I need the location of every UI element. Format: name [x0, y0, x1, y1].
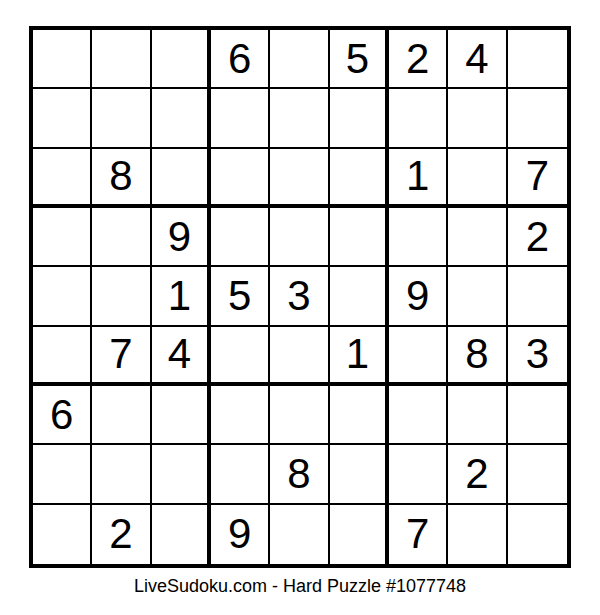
- cell-r4c4[interactable]: [211, 208, 270, 267]
- cell-r1c8[interactable]: 4: [448, 30, 507, 89]
- cell-r9c6[interactable]: [330, 505, 389, 564]
- cell-r7c3[interactable]: [152, 386, 211, 445]
- cell-r3c7[interactable]: 1: [389, 149, 448, 208]
- cell-r9c7[interactable]: 7: [389, 505, 448, 564]
- cell-r3c9[interactable]: 7: [508, 149, 567, 208]
- cell-r3c2[interactable]: 8: [92, 149, 151, 208]
- cell-r2c3[interactable]: [152, 89, 211, 148]
- cell-r1c9[interactable]: [508, 30, 567, 89]
- cell-r6c9[interactable]: 3: [508, 327, 567, 386]
- cell-r9c2[interactable]: 2: [92, 505, 151, 564]
- cell-r1c6[interactable]: 5: [330, 30, 389, 89]
- cell-r5c1[interactable]: [33, 267, 92, 326]
- cell-r8c2[interactable]: [92, 445, 151, 504]
- cell-r9c4[interactable]: 9: [211, 505, 270, 564]
- cell-r4c5[interactable]: [270, 208, 329, 267]
- cell-r8c6[interactable]: [330, 445, 389, 504]
- cell-r2c5[interactable]: [270, 89, 329, 148]
- sudoku-board-wrap: © LiveSudoku.com 65248179215397418368229…: [29, 26, 571, 568]
- cell-r5c7[interactable]: 9: [389, 267, 448, 326]
- cell-r8c9[interactable]: [508, 445, 567, 504]
- cell-r1c2[interactable]: [92, 30, 151, 89]
- cell-r8c5[interactable]: 8: [270, 445, 329, 504]
- cell-r8c4[interactable]: [211, 445, 270, 504]
- cell-r4c2[interactable]: [92, 208, 151, 267]
- cell-r7c8[interactable]: [448, 386, 507, 445]
- cell-r4c8[interactable]: [448, 208, 507, 267]
- cell-r9c8[interactable]: [448, 505, 507, 564]
- cell-r6c7[interactable]: [389, 327, 448, 386]
- cell-r3c6[interactable]: [330, 149, 389, 208]
- cell-r1c3[interactable]: [152, 30, 211, 89]
- cell-r4c6[interactable]: [330, 208, 389, 267]
- cell-r9c1[interactable]: [33, 505, 92, 564]
- cell-r2c2[interactable]: [92, 89, 151, 148]
- cell-r9c9[interactable]: [508, 505, 567, 564]
- cell-r8c7[interactable]: [389, 445, 448, 504]
- cell-r3c8[interactable]: [448, 149, 507, 208]
- cell-r8c8[interactable]: 2: [448, 445, 507, 504]
- cell-r1c4[interactable]: 6: [211, 30, 270, 89]
- cell-r6c3[interactable]: 4: [152, 327, 211, 386]
- cell-r5c8[interactable]: [448, 267, 507, 326]
- cell-r2c1[interactable]: [33, 89, 92, 148]
- cell-r8c1[interactable]: [33, 445, 92, 504]
- cell-r2c7[interactable]: [389, 89, 448, 148]
- cell-r1c7[interactable]: 2: [389, 30, 448, 89]
- cell-r6c5[interactable]: [270, 327, 329, 386]
- cell-r5c9[interactable]: [508, 267, 567, 326]
- cell-r5c2[interactable]: [92, 267, 151, 326]
- cell-r5c4[interactable]: 5: [211, 267, 270, 326]
- cell-r3c3[interactable]: [152, 149, 211, 208]
- cell-r4c7[interactable]: [389, 208, 448, 267]
- cell-r7c6[interactable]: [330, 386, 389, 445]
- cell-r6c8[interactable]: 8: [448, 327, 507, 386]
- cell-r4c1[interactable]: [33, 208, 92, 267]
- cell-r6c4[interactable]: [211, 327, 270, 386]
- cell-r8c3[interactable]: [152, 445, 211, 504]
- sudoku-page: © LiveSudoku.com 65248179215397418368229…: [0, 0, 600, 615]
- cell-r7c5[interactable]: [270, 386, 329, 445]
- puzzle-caption: LiveSudoku.com - Hard Puzzle #1077748: [0, 576, 600, 597]
- cell-r7c2[interactable]: [92, 386, 151, 445]
- cell-r4c9[interactable]: 2: [508, 208, 567, 267]
- cell-r2c6[interactable]: [330, 89, 389, 148]
- cell-r5c5[interactable]: 3: [270, 267, 329, 326]
- cell-r6c6[interactable]: 1: [330, 327, 389, 386]
- cell-r7c4[interactable]: [211, 386, 270, 445]
- cell-r7c9[interactable]: [508, 386, 567, 445]
- cell-r3c5[interactable]: [270, 149, 329, 208]
- cell-r6c2[interactable]: 7: [92, 327, 151, 386]
- sudoku-board: 652481792153974183682297: [29, 26, 571, 568]
- cell-r6c1[interactable]: [33, 327, 92, 386]
- cell-r7c7[interactable]: [389, 386, 448, 445]
- cell-r1c5[interactable]: [270, 30, 329, 89]
- cell-r3c4[interactable]: [211, 149, 270, 208]
- cell-r4c3[interactable]: 9: [152, 208, 211, 267]
- cell-r9c3[interactable]: [152, 505, 211, 564]
- cell-r2c9[interactable]: [508, 89, 567, 148]
- cell-r9c5[interactable]: [270, 505, 329, 564]
- cell-r2c8[interactable]: [448, 89, 507, 148]
- cell-r1c1[interactable]: [33, 30, 92, 89]
- cell-r3c1[interactable]: [33, 149, 92, 208]
- cell-r5c6[interactable]: [330, 267, 389, 326]
- cell-r7c1[interactable]: 6: [33, 386, 92, 445]
- cell-r2c4[interactable]: [211, 89, 270, 148]
- cell-r5c3[interactable]: 1: [152, 267, 211, 326]
